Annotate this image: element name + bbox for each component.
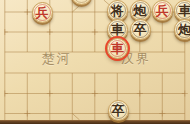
piece-red-soldier[interactable]: 兵 [152, 0, 173, 21]
piece-black-cannon[interactable]: 炮 [174, 19, 190, 40]
piece-glyph: 卒 [134, 22, 147, 35]
piece-glyph: 車 [178, 3, 190, 16]
piece-black-chariot[interactable]: 車 [107, 19, 128, 40]
piece-glyph: 将 [111, 3, 124, 16]
piece-glyph: 兵 [156, 3, 169, 16]
river-label-left: 楚河 [42, 50, 72, 68]
piece-black-general[interactable]: 将 [107, 0, 128, 21]
piece-glyph: 車 [111, 22, 124, 35]
piece-glyph: 卒 [112, 103, 125, 116]
piece-black-cannon[interactable]: 炮 [130, 0, 151, 21]
piece-black-soldier[interactable]: 卒 [108, 100, 129, 121]
piece-black-chariot[interactable]: 車 [174, 0, 190, 21]
piece-glyph: 車 [111, 42, 124, 55]
piece-red-soldier[interactable]: 兵 [32, 2, 53, 23]
bottom-bar [0, 120, 190, 124]
piece-glyph: 炮 [178, 23, 190, 36]
xiangqi-board[interactable]: 楚河 汉界 兵将炮兵車車卒炮車卒 [0, 0, 190, 124]
piece-glyph: 兵 [36, 5, 49, 18]
piece-glyph: 炮 [134, 3, 147, 16]
piece-red-chariot[interactable]: 車 [107, 38, 128, 59]
piece-black-soldier[interactable]: 卒 [130, 19, 151, 40]
